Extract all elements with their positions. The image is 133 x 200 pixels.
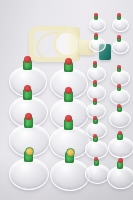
cup-valve-cap [118,158,123,163]
cup-valve-cap [25,147,34,156]
cup-valve-cap [65,115,72,122]
cup-valve-cap [25,113,32,120]
cup-dome [107,166,133,189]
cup-valve-cap [93,61,97,65]
cup-dome [9,158,49,190]
cup-dome [108,137,133,158]
cup-valve-cap [94,157,98,161]
cup-valve-cap [117,35,121,39]
cup-valve-cap [93,134,97,138]
cup-dome [89,18,106,32]
cup-valve-cap [65,58,72,65]
cup-valve-cap [93,80,97,84]
cup-dome [112,40,129,54]
cup-dome [110,89,130,105]
cup-valve-cap [117,104,121,108]
pump-cylinder-end [53,30,81,58]
cup-dome [112,18,129,32]
cup-valve-cap [117,65,121,69]
cup-valve-cap [117,13,121,17]
cupping-set-photo [0,0,133,200]
cup-valve-cap [24,85,31,92]
cup-valve-cap [94,13,98,17]
cup-valve-cap [118,131,122,135]
cup-dome [50,159,90,191]
cup-valve-cap [66,148,75,157]
cup-valve-cap [94,33,98,37]
cup-dome [89,38,106,52]
cup-dome [85,164,110,184]
cup-valve-cap [117,84,121,88]
cup-valve-cap [93,116,97,120]
cup-dome [109,110,131,128]
cup-valve-cap [93,98,97,102]
cup-valve-cap [65,87,72,94]
cup-valve-cap [24,56,31,63]
